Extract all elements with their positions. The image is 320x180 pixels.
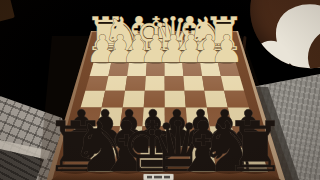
room-scene: ♜♞♝♚♛♝♞♜♟♟♟♟♟♟♟♟♟♟♟♟♟♟♟♟♜♞♝♚♛♝♞♜ bbox=[0, 0, 320, 180]
piece-white-pawn-a2: ♟ bbox=[210, 27, 244, 71]
piece-black-rook-a8: ♜ bbox=[224, 107, 286, 180]
chess-board: ♜♞♝♚♛♝♞♜♟♟♟♟♟♟♟♟♟♟♟♟♟♟♟♟♜♞♝♚♛♝♞♜ bbox=[0, 0, 320, 180]
